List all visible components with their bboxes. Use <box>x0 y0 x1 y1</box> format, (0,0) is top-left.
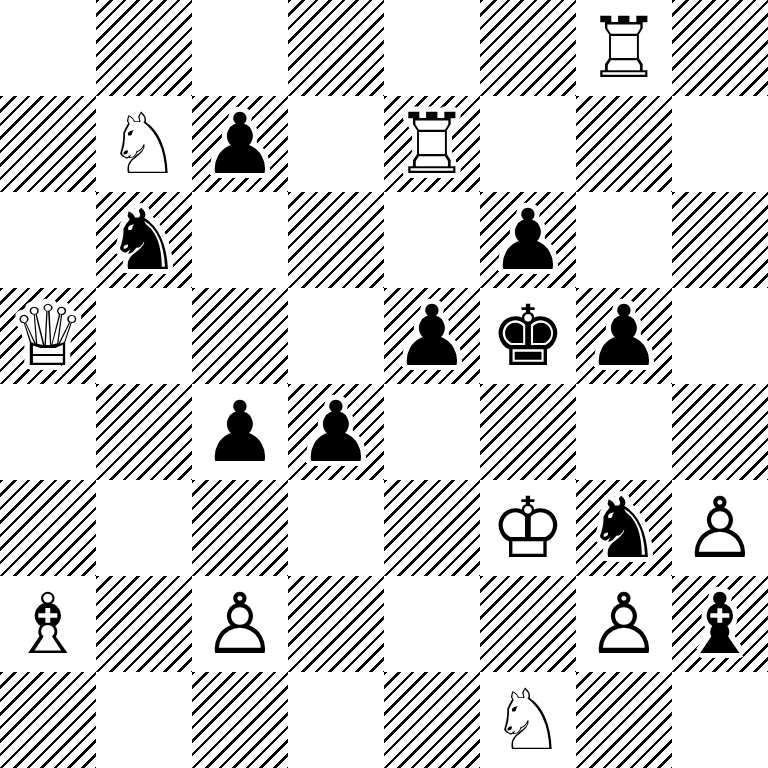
square-b1[interactable] <box>96 672 192 768</box>
square-c8[interactable] <box>192 0 288 96</box>
square-e2[interactable] <box>384 576 480 672</box>
piece-halo: ♜ <box>576 0 672 96</box>
square-h8[interactable] <box>672 0 768 96</box>
piece-black-pawn: ♟ <box>192 96 288 192</box>
square-e3[interactable] <box>384 480 480 576</box>
square-f5[interactable]: ♚♚ <box>480 288 576 384</box>
square-h5[interactable] <box>672 288 768 384</box>
square-f3[interactable]: ♚♔ <box>480 480 576 576</box>
piece-black-pawn: ♟ <box>384 288 480 384</box>
piece-white-rook: ♖ <box>576 0 672 96</box>
square-d6[interactable] <box>288 192 384 288</box>
square-e8[interactable] <box>384 0 480 96</box>
square-d7[interactable] <box>288 96 384 192</box>
square-e5[interactable]: ♟♟ <box>384 288 480 384</box>
square-c3[interactable] <box>192 480 288 576</box>
square-h4[interactable] <box>672 384 768 480</box>
piece-halo: ♛ <box>0 288 96 384</box>
square-b3[interactable] <box>96 480 192 576</box>
square-c5[interactable] <box>192 288 288 384</box>
piece-halo: ♝ <box>672 576 768 672</box>
square-f8[interactable] <box>480 0 576 96</box>
chess-board: ♜♖♞♘♟♟♜♖♞♞♟♟♛♕♟♟♚♚♟♟♟♟♟♟♚♔♞♞♟♙♝♗♟♙♟♙♝♝♞♘ <box>0 0 768 768</box>
square-a6[interactable] <box>0 192 96 288</box>
square-g4[interactable] <box>576 384 672 480</box>
square-a1[interactable] <box>0 672 96 768</box>
piece-halo: ♟ <box>480 192 576 288</box>
square-b4[interactable] <box>96 384 192 480</box>
square-a8[interactable] <box>0 0 96 96</box>
piece-white-king: ♔ <box>480 480 576 576</box>
piece-black-king: ♚ <box>480 288 576 384</box>
piece-halo: ♟ <box>192 96 288 192</box>
square-f2[interactable] <box>480 576 576 672</box>
square-g1[interactable] <box>576 672 672 768</box>
piece-black-knight: ♞ <box>96 192 192 288</box>
square-f1[interactable]: ♞♘ <box>480 672 576 768</box>
square-d8[interactable] <box>288 0 384 96</box>
piece-black-pawn: ♟ <box>192 384 288 480</box>
piece-black-knight: ♞ <box>576 480 672 576</box>
square-d2[interactable] <box>288 576 384 672</box>
square-h7[interactable] <box>672 96 768 192</box>
piece-halo: ♟ <box>576 576 672 672</box>
piece-halo: ♝ <box>0 576 96 672</box>
piece-halo: ♚ <box>480 288 576 384</box>
square-h6[interactable] <box>672 192 768 288</box>
piece-black-pawn: ♟ <box>480 192 576 288</box>
square-a5[interactable]: ♛♕ <box>0 288 96 384</box>
square-a7[interactable] <box>0 96 96 192</box>
square-e7[interactable]: ♜♖ <box>384 96 480 192</box>
piece-black-bishop: ♝ <box>672 576 768 672</box>
piece-black-pawn: ♟ <box>288 384 384 480</box>
square-f6[interactable]: ♟♟ <box>480 192 576 288</box>
square-g5[interactable]: ♟♟ <box>576 288 672 384</box>
square-f7[interactable] <box>480 96 576 192</box>
piece-halo: ♞ <box>96 96 192 192</box>
piece-white-bishop: ♗ <box>0 576 96 672</box>
piece-black-pawn: ♟ <box>576 288 672 384</box>
square-c7[interactable]: ♟♟ <box>192 96 288 192</box>
square-g3[interactable]: ♞♞ <box>576 480 672 576</box>
piece-white-knight: ♘ <box>480 672 576 768</box>
piece-halo: ♟ <box>384 288 480 384</box>
square-c1[interactable] <box>192 672 288 768</box>
square-c2[interactable]: ♟♙ <box>192 576 288 672</box>
square-g8[interactable]: ♜♖ <box>576 0 672 96</box>
piece-halo: ♟ <box>672 480 768 576</box>
piece-halo: ♟ <box>192 576 288 672</box>
square-c4[interactable]: ♟♟ <box>192 384 288 480</box>
piece-halo: ♞ <box>576 480 672 576</box>
square-d5[interactable] <box>288 288 384 384</box>
square-e1[interactable] <box>384 672 480 768</box>
piece-halo: ♟ <box>192 384 288 480</box>
square-c6[interactable] <box>192 192 288 288</box>
square-b6[interactable]: ♞♞ <box>96 192 192 288</box>
piece-halo: ♚ <box>480 480 576 576</box>
square-h2[interactable]: ♝♝ <box>672 576 768 672</box>
square-g2[interactable]: ♟♙ <box>576 576 672 672</box>
piece-white-pawn: ♙ <box>672 480 768 576</box>
square-g6[interactable] <box>576 192 672 288</box>
square-h1[interactable] <box>672 672 768 768</box>
square-a4[interactable] <box>0 384 96 480</box>
square-h3[interactable]: ♟♙ <box>672 480 768 576</box>
square-b7[interactable]: ♞♘ <box>96 96 192 192</box>
piece-halo: ♟ <box>288 384 384 480</box>
square-e4[interactable] <box>384 384 480 480</box>
square-a2[interactable]: ♝♗ <box>0 576 96 672</box>
square-d1[interactable] <box>288 672 384 768</box>
piece-white-pawn: ♙ <box>192 576 288 672</box>
square-f4[interactable] <box>480 384 576 480</box>
square-d3[interactable] <box>288 480 384 576</box>
piece-white-queen: ♕ <box>0 288 96 384</box>
square-b2[interactable] <box>96 576 192 672</box>
piece-halo: ♜ <box>384 96 480 192</box>
piece-white-knight: ♘ <box>96 96 192 192</box>
piece-halo: ♟ <box>576 288 672 384</box>
piece-halo: ♞ <box>96 192 192 288</box>
square-a3[interactable] <box>0 480 96 576</box>
square-e6[interactable] <box>384 192 480 288</box>
square-g7[interactable] <box>576 96 672 192</box>
square-d4[interactable]: ♟♟ <box>288 384 384 480</box>
piece-white-rook: ♖ <box>384 96 480 192</box>
square-b5[interactable] <box>96 288 192 384</box>
piece-white-pawn: ♙ <box>576 576 672 672</box>
piece-halo: ♞ <box>480 672 576 768</box>
square-b8[interactable] <box>96 0 192 96</box>
